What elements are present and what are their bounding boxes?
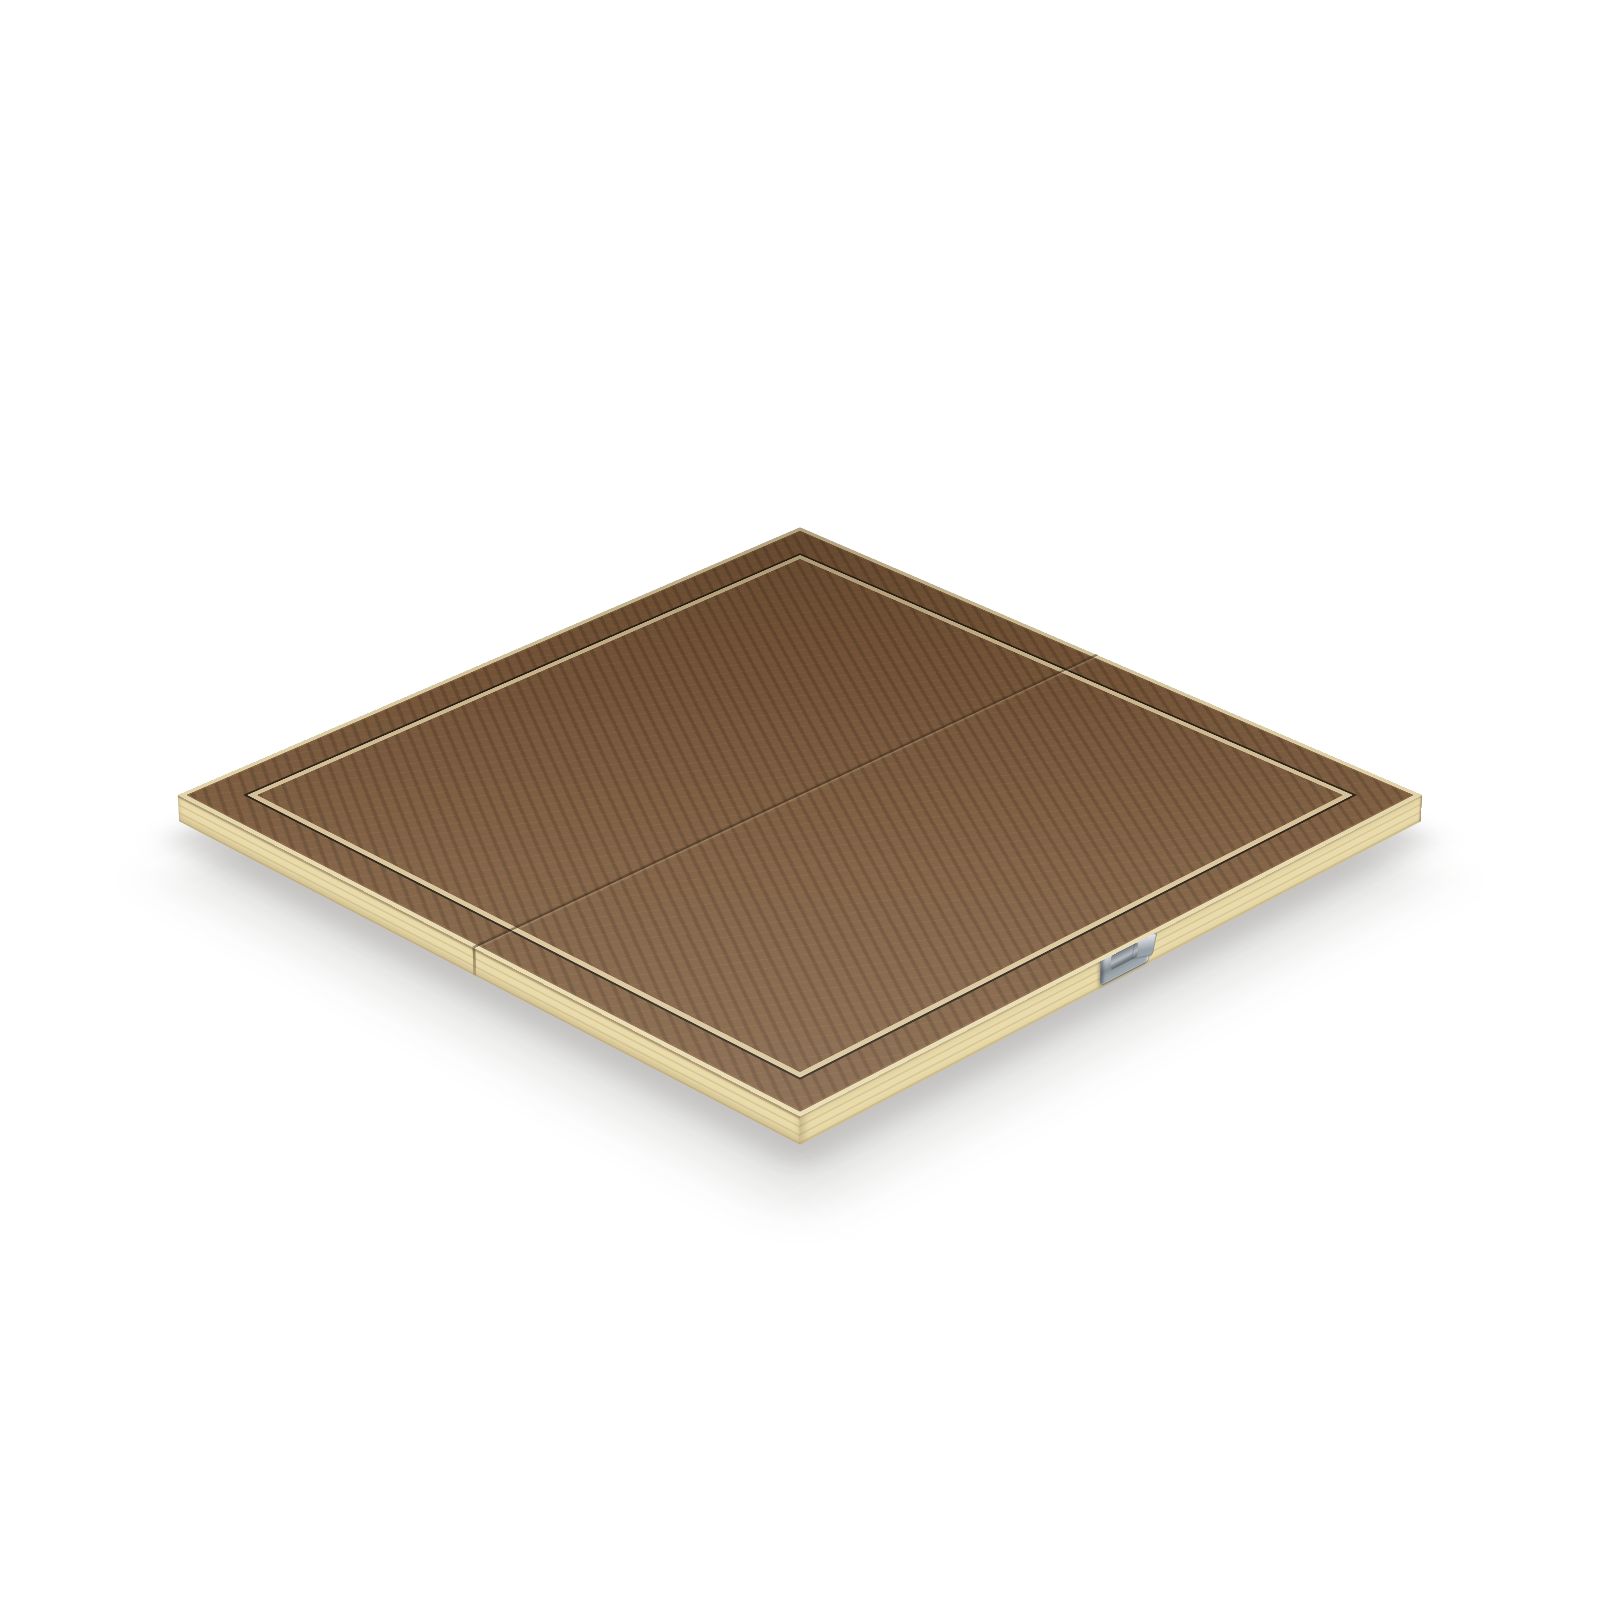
perspective-wrapper [0, 0, 1600, 1600]
pieces-layer [178, 527, 1423, 1116]
board-top-surface [178, 527, 1423, 1116]
product-photo [0, 0, 1600, 1600]
fold-seam-notch [473, 947, 477, 976]
chess-board [178, 527, 1423, 1116]
